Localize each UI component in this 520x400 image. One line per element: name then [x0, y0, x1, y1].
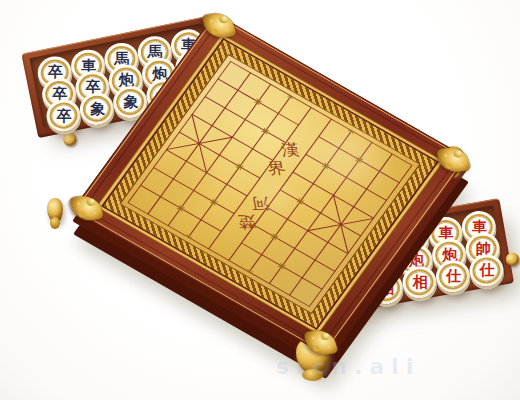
piece-character: 卒	[56, 108, 71, 123]
piece-character: 相	[412, 275, 427, 290]
photo-background: 卒車馬馬車卒卒炮炮將卒象象士士 兵馬馬車車兵兵炮炮帥兵相相仕仕 漢 界	[0, 0, 520, 400]
piece-character: 仕	[479, 263, 494, 278]
piece-character: 象	[123, 95, 138, 110]
piece-character: 象	[89, 101, 104, 116]
piece-character: 仕	[445, 269, 460, 284]
gold-foot-left	[47, 198, 63, 223]
drawer-black-handle-knob[interactable]	[62, 132, 77, 147]
